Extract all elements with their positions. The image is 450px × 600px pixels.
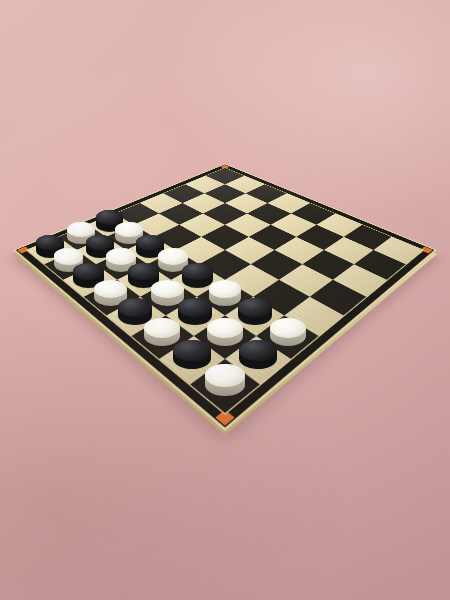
checkers-board bbox=[13, 164, 437, 432]
background-surface bbox=[0, 0, 450, 600]
board-grid bbox=[26, 167, 425, 414]
